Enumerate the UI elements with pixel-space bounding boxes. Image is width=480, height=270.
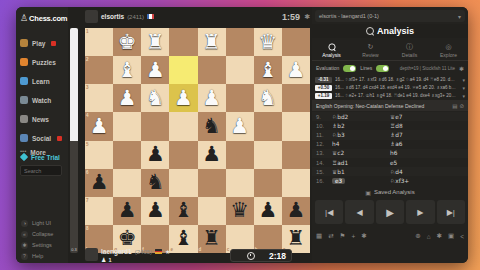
save-icon[interactable]: ▣ (448, 232, 454, 240)
square-d6[interactable] (198, 169, 226, 197)
square-d3[interactable]: ♟ (198, 84, 226, 112)
rank-label: 7 (86, 198, 89, 203)
square-e2[interactable] (169, 56, 197, 84)
black-pawn: ♟ (141, 141, 169, 169)
white-move[interactable]: ♗b2 (332, 123, 390, 129)
square-e8[interactable]: e♝ (169, 225, 197, 253)
tab-analysis[interactable]: Analysis (312, 40, 351, 60)
white-bishop: ♝ (113, 56, 141, 84)
black-move[interactable]: ♗d7 (390, 132, 448, 138)
file-label: d (199, 247, 202, 252)
evaluation-toggle[interactable] (343, 65, 356, 72)
eval-badge: -0.31 (315, 77, 332, 83)
engine-info: depth=19 | Stockfish 11 Lite (400, 66, 455, 71)
rank-label: 8 (86, 226, 89, 231)
sidebar-item-learn[interactable]: Learn (20, 75, 50, 87)
top-player-name: elsortis (101, 13, 124, 20)
square-a1[interactable] (282, 28, 310, 56)
evaluation-bar: 0.3 (70, 28, 78, 253)
black-move[interactable]: ♘xf3+ (390, 178, 448, 184)
white-move[interactable]: ♖ad1 (332, 160, 390, 166)
move-row-16: 16.e3♘xf3+ (312, 176, 468, 185)
square-b3[interactable]: ♞ (254, 84, 282, 112)
black-pawn: ♟ (282, 197, 310, 225)
add-line-icon[interactable]: + (351, 233, 355, 240)
analysis-chart-icon[interactable]: ▦ (316, 232, 322, 240)
move-row-12: 12.h4♗a6 (312, 140, 468, 149)
sidebar-footer-collapse[interactable]: «Collapse (21, 229, 53, 239)
square-f5[interactable]: ♟ (141, 141, 169, 169)
square-h4[interactable]: 4♟ (85, 112, 113, 140)
sidebar-item-free-trial[interactable]: Free Trial (20, 151, 60, 163)
search-input[interactable] (20, 165, 62, 176)
watch-icon (20, 96, 28, 104)
rank-label: 3 (86, 85, 89, 90)
square-f4[interactable] (141, 112, 169, 140)
white-queen: ♛ (254, 28, 282, 56)
square-h3[interactable]: 3 (85, 84, 113, 112)
rank-label: 2 (86, 57, 89, 62)
black-pawn: ♟ (113, 197, 141, 225)
square-f6[interactable]: ♞ (141, 169, 169, 197)
bottom-player[interactable]: laengard1 (2405) ★ ♟ 1 (85, 248, 170, 263)
evaluation-value: 0.3 (70, 247, 78, 252)
white-move[interactable]: ♕c2 (332, 150, 390, 156)
white-move[interactable]: e3 (332, 178, 390, 184)
white-knight: ♞ (254, 84, 282, 112)
square-g2[interactable]: ♝ (113, 56, 141, 84)
bottom-player-avatar (85, 248, 98, 261)
chevron-down-icon: ▾ (458, 13, 461, 20)
retry-moves-icon[interactable]: ⇄ (328, 232, 333, 240)
white-rook: ♜ (198, 28, 226, 56)
hide-opening-icon[interactable]: ⊘ (459, 103, 464, 109)
square-g6[interactable] (113, 169, 141, 197)
social-icon (20, 134, 28, 142)
opening-name: English Opening: Neo-Catalan Defense Dec… (316, 103, 450, 109)
evaluation-toggle-label: Evaluation (316, 65, 339, 71)
white-knight: ♞ (141, 84, 169, 112)
clock-icon (247, 252, 255, 260)
black-knight: ♞ (198, 112, 226, 140)
black-move[interactable]: ♘d4 (390, 169, 448, 175)
germany-flag-icon (155, 249, 162, 254)
square-g3[interactable]: ♟ (113, 84, 141, 112)
move-row-14: 14.♖ad1e5 (312, 158, 468, 167)
move-number: 10. (312, 123, 332, 129)
captured-count: 1 (108, 257, 111, 263)
notification-badge (51, 41, 56, 46)
square-a6[interactable] (282, 169, 310, 197)
rank-label: 1 (86, 29, 89, 34)
brand-text: Chess.com (29, 14, 67, 23)
chess-board[interactable]: 1♚♜♜♛2♝♟♝♟3♟♞♟♟♞4♟♞♟5♟♟6♟♞7♟♟♝♛♟♟8hg♚fe♝… (85, 28, 310, 253)
square-a2[interactable]: ♟ (282, 56, 310, 84)
square-b4[interactable] (254, 112, 282, 140)
move-row-9: 9.♘bd2♕e7 (312, 112, 468, 121)
engine-lines: -0.3116... ♘xf3+ 17. ♗xf3 ♗d6 18. ♗g2 ♘a… (315, 76, 465, 100)
board-settings-icon[interactable]: ✱ (304, 13, 310, 21)
white-move[interactable]: ♘bd2 (332, 114, 390, 120)
square-a4[interactable] (282, 112, 310, 140)
white-move[interactable]: ♕b1 (332, 169, 390, 175)
app-window: ♙ Chess.com PlayPuzzlesLearnWatchNewsSoc… (16, 7, 468, 263)
engine-settings-gear-icon[interactable]: ✱ (459, 65, 464, 72)
top-player[interactable]: elsortis (2411) (85, 10, 154, 23)
move-number: 16. (312, 178, 332, 184)
analysis-panel: elsortis - laengard1 (0-1) ▾ Analysis An… (312, 7, 468, 263)
square-e4[interactable] (169, 112, 197, 140)
square-f7[interactable]: ♟ (141, 197, 169, 225)
square-f2[interactable]: ♟ (141, 56, 169, 84)
move-list: 9.♘bd2♕e710.♗b2♖d811.♘b3♗d712.h4♗a613.♕c… (312, 112, 468, 186)
engine-line-2[interactable]: +0.5016... ♗d6 17. d4 cxd4 18. exd4 e4 1… (315, 84, 465, 91)
tab-explore[interactable]: ◎Explore (429, 40, 468, 60)
white-bishop: ♝ (254, 56, 282, 84)
eval-badge: +1.19 (315, 93, 332, 99)
square-e6[interactable] (169, 169, 197, 197)
black-pawn: ♟ (85, 169, 113, 197)
white-pawn: ♟ (198, 84, 226, 112)
practice-icon[interactable]: ⚑ (340, 232, 346, 240)
sidebar-footer-light-ui[interactable]: ◑Light UI (21, 218, 51, 228)
prev-move-button[interactable]: ◀ (345, 200, 373, 224)
settings-icon[interactable]: ✱ (437, 232, 442, 240)
square-h2[interactable]: 2 (85, 56, 113, 84)
pawn-logo-icon: ♙ (20, 13, 28, 23)
white-pawn: ♟ (85, 112, 113, 140)
captured-pawn-icon: ♟ (101, 256, 106, 263)
black-pawn: ♟ (254, 197, 282, 225)
square-d1[interactable]: ♜ (198, 28, 226, 56)
explore-icon: ◎ (445, 43, 451, 51)
white-move[interactable]: h4 (332, 141, 390, 147)
zoom-icon[interactable]: ⊕ (415, 232, 420, 240)
opening-bar[interactable]: English Opening: Neo-Catalan Defense Dec… (312, 100, 468, 111)
tab-review[interactable]: ↻Review (351, 40, 390, 60)
chesscom-logo[interactable]: ♙ Chess.com (20, 13, 75, 23)
eval-badge: +0.50 (315, 85, 332, 91)
move-row-13: 13.♕c2h6 (312, 149, 468, 158)
square-e5[interactable] (169, 141, 197, 169)
expand-line-icon[interactable]: ▾ (462, 77, 465, 83)
white-pawn: ♟ (226, 112, 254, 140)
square-d7[interactable] (198, 197, 226, 225)
top-player-clock: 1:59 (282, 12, 300, 22)
square-a3[interactable] (282, 84, 310, 112)
black-bishop: ♝ (169, 197, 197, 225)
square-h7[interactable]: 7 (85, 197, 113, 225)
engine-line-3[interactable]: +1.1916... ♘e2+ 17. ♔h1 ♗g4 18. ♖de1 e4 … (315, 92, 465, 99)
square-c6[interactable] (226, 169, 254, 197)
board-area: elsortis (2411) 1:59 ✱ 0.3 1♚♜♜♛2♝♟♝♟3♟♞… (68, 7, 312, 263)
move-number: 15. (312, 169, 332, 175)
expand-line-icon[interactable]: ▾ (462, 85, 465, 91)
book-icon[interactable]: ▤ (452, 103, 457, 109)
game-select-dropdown[interactable]: elsortis - laengard1 (0-1) ▾ (315, 10, 465, 22)
white-move[interactable]: ♘b3 (332, 132, 390, 138)
notification-badge (57, 136, 62, 141)
bottom-player-rating: (2405) (135, 249, 152, 255)
white-pawn: ♟ (113, 84, 141, 112)
top-player-avatar (85, 10, 98, 23)
square-g4[interactable] (113, 112, 141, 140)
white-pawn: ♟ (282, 56, 310, 84)
black-move[interactable]: h6 (390, 150, 448, 156)
play-button[interactable]: ▶ (376, 200, 404, 224)
square-e7[interactable]: ♝ (169, 197, 197, 225)
black-queen: ♛ (226, 197, 254, 225)
sidebar-item-watch[interactable]: Watch (20, 94, 51, 106)
square-d5[interactable]: ♟ (198, 141, 226, 169)
black-move[interactable]: ♕e7 (390, 114, 448, 120)
engine-line-1[interactable]: -0.3116... ♘xf3+ 17. ♗xf3 ♗d6 18. ♗g2 ♘a… (315, 76, 465, 83)
black-pawn: ♟ (141, 197, 169, 225)
square-b7[interactable]: ♟ (254, 197, 282, 225)
sidebar-item-puzzles[interactable]: Puzzles (20, 56, 56, 68)
square-b5[interactable] (254, 141, 282, 169)
engine-toggle-row: Evaluation Lines depth=19 | Stockfish 11… (316, 63, 464, 73)
move-row-11: 11.♘b3♗d7 (312, 130, 468, 139)
tab-details[interactable]: ⓘDetails (390, 40, 429, 60)
square-a5[interactable] (282, 141, 310, 169)
move-number: 11. (312, 132, 332, 138)
sidebar-item-news[interactable]: News (20, 113, 49, 125)
black-move[interactable]: e5 (390, 160, 448, 166)
square-c4[interactable]: ♟ (226, 112, 254, 140)
lines-toggle[interactable] (376, 65, 389, 72)
sidebar: ♙ Chess.com PlayPuzzlesLearnWatchNewsSoc… (16, 7, 68, 263)
black-bishop: ♝ (169, 225, 197, 253)
move-number: 12. (312, 141, 332, 147)
white-rook: ♜ (141, 28, 169, 56)
sidebar-footer-settings[interactable]: ✱Settings (21, 240, 52, 250)
square-e1[interactable] (169, 28, 197, 56)
square-d4[interactable]: ♞ (198, 112, 226, 140)
square-b2[interactable]: ♝ (254, 56, 282, 84)
square-h6[interactable]: 6♟ (85, 169, 113, 197)
black-move[interactable]: ♗a6 (390, 141, 448, 147)
share-icon[interactable]: < (460, 233, 464, 240)
bottom-toolbar: ▦⇄⚑+✱⊕⌂✱▣< (316, 230, 464, 242)
square-c3[interactable] (226, 84, 254, 112)
rank-label: 6 (86, 170, 89, 175)
saved-analysis[interactable]: ▣ Saved Analysis (312, 186, 468, 198)
black-pawn: ♟ (198, 141, 226, 169)
square-c7[interactable]: ♛ (226, 197, 254, 225)
rank-label: 5 (86, 142, 89, 147)
black-move[interactable]: ♖d8 (390, 123, 448, 129)
learn-icon (20, 77, 28, 85)
square-f3[interactable]: ♞ (141, 84, 169, 112)
black-knight: ♞ (141, 169, 169, 197)
puzzle-icon (20, 58, 28, 66)
move-navigation: |◀◀▶▶▶| (315, 200, 465, 224)
square-d8[interactable]: d♜ (198, 225, 226, 253)
move-row-15: 15.♕b1♘d4 (312, 167, 468, 176)
move-number: 9. (312, 114, 332, 120)
magnifier-icon (328, 43, 336, 51)
france-flag-icon (147, 14, 154, 19)
rank-label: 4 (86, 113, 89, 118)
white-pawn: ♟ (169, 84, 197, 112)
sidebar-footer-help[interactable]: ?Help (21, 251, 43, 261)
square-e3[interactable]: ♟ (169, 84, 197, 112)
sidebar-item-social[interactable]: Social (20, 132, 62, 144)
square-c5[interactable] (226, 141, 254, 169)
panel-title: Analysis (312, 24, 468, 38)
square-d2[interactable] (198, 56, 226, 84)
expand-line-icon[interactable]: ▾ (462, 93, 465, 99)
first-move-button[interactable]: |◀ (315, 200, 343, 224)
lines-toggle-label: Lines (360, 65, 372, 71)
move-row-10: 10.♗b2♖d8 (312, 121, 468, 130)
magnifier-icon (366, 27, 374, 35)
bottom-player-clock: 2:18 (230, 249, 292, 262)
white-pawn: ♟ (141, 56, 169, 84)
file-label: e (170, 247, 173, 252)
square-f1[interactable]: ♜ (141, 28, 169, 56)
details-icon: ⓘ (406, 43, 413, 51)
move-number: 14. (312, 160, 332, 166)
move-number: 13. (312, 150, 332, 156)
square-g7[interactable]: ♟ (113, 197, 141, 225)
white-king: ♚ (113, 28, 141, 56)
panel-tabs: Analysis↻ReviewⓘDetails◎Explore (312, 40, 468, 61)
square-c2[interactable] (226, 56, 254, 84)
black-rook: ♜ (198, 225, 226, 253)
top-player-rating: (2411) (127, 14, 144, 20)
square-h1[interactable]: 1 (85, 28, 113, 56)
square-b6[interactable] (254, 169, 282, 197)
star-icon: ★ (165, 248, 170, 255)
last-move-button[interactable]: ▶| (437, 200, 465, 224)
square-g1[interactable]: ♚ (113, 28, 141, 56)
engine-options-icon[interactable]: ✱ (361, 232, 366, 240)
next-move-button[interactable]: ▶ (406, 200, 434, 224)
square-c1[interactable] (226, 28, 254, 56)
news-icon (20, 115, 28, 123)
saved-analysis-icon: ▣ (365, 189, 371, 196)
knight-icon (20, 39, 28, 47)
file-label: c (227, 247, 230, 252)
explorer-icon[interactable]: ⌂ (427, 233, 431, 240)
review-icon: ↻ (368, 43, 374, 51)
square-g5[interactable] (113, 141, 141, 169)
diamond-icon (20, 153, 28, 161)
bottom-player-name: laengard1 (101, 248, 132, 255)
square-b1[interactable]: ♛ (254, 28, 282, 56)
square-a7[interactable]: ♟ (282, 197, 310, 225)
sidebar-item-play[interactable]: Play (20, 37, 56, 49)
square-h5[interactable]: 5 (85, 141, 113, 169)
